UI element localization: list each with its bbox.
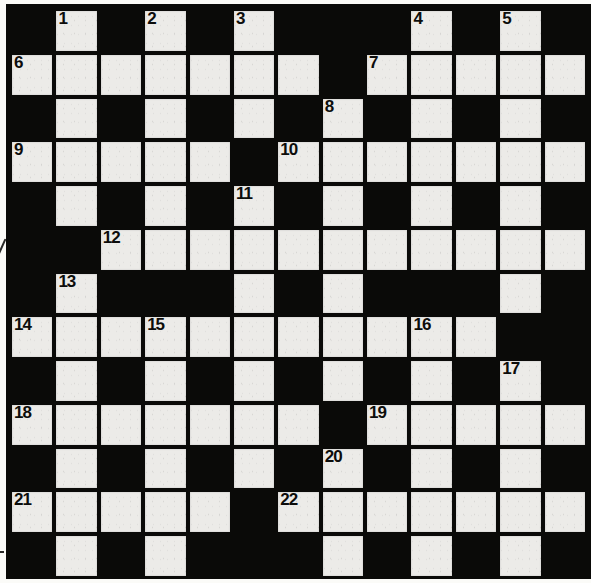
cell-r3c7-block	[278, 99, 318, 139]
cell-r2c10[interactable]	[411, 55, 451, 95]
cell-r11c7-block	[278, 449, 318, 489]
cell-r2c13[interactable]	[545, 55, 585, 95]
clue-number-3: 3	[236, 9, 245, 29]
cell-r13c7-block	[278, 536, 318, 576]
cell-r3c2[interactable]	[56, 99, 96, 139]
cell-r3c3-block	[101, 99, 141, 139]
cell-r13c9-block	[367, 536, 407, 576]
cell-r12c1[interactable]: 21	[12, 492, 52, 532]
cell-r8c1[interactable]: 14	[12, 317, 52, 357]
cell-r12c2[interactable]	[56, 492, 96, 532]
cell-r11c1-block	[12, 449, 52, 489]
cell-r10c13[interactable]	[545, 405, 585, 445]
cell-r9c10[interactable]	[411, 361, 451, 401]
cell-r6c5[interactable]	[190, 230, 230, 270]
cell-r11c11-block	[456, 449, 496, 489]
cell-r9c1-block	[12, 361, 52, 401]
cell-r12c7[interactable]: 22	[278, 492, 318, 532]
cell-r4c12[interactable]	[500, 142, 540, 182]
cell-r9c6[interactable]	[234, 361, 274, 401]
cell-r12c5[interactable]	[190, 492, 230, 532]
cell-r2c5[interactable]	[190, 55, 230, 95]
clue-number-6: 6	[14, 53, 23, 73]
cell-r7c1-block	[12, 274, 52, 314]
cell-r4c7[interactable]: 10	[278, 142, 318, 182]
cell-r10c5[interactable]	[190, 405, 230, 445]
cell-r3c11-block	[456, 99, 496, 139]
cell-r7c3-block	[101, 274, 141, 314]
cell-r6c9[interactable]	[367, 230, 407, 270]
cell-r8c7[interactable]	[278, 317, 318, 357]
cell-r12c6-block	[234, 492, 274, 532]
cell-r7c2[interactable]: 13	[56, 274, 96, 314]
cell-r7c9-block	[367, 274, 407, 314]
cell-r12c13[interactable]	[545, 492, 585, 532]
clue-number-9: 9	[14, 140, 23, 160]
cell-r2c3[interactable]	[101, 55, 141, 95]
cell-r11c12[interactable]	[500, 449, 540, 489]
cell-r8c9[interactable]	[367, 317, 407, 357]
cell-r1c5-block	[190, 11, 230, 51]
cell-r10c2[interactable]	[56, 405, 96, 445]
cell-r2c9[interactable]: 7	[367, 55, 407, 95]
clue-number-15: 15	[147, 315, 164, 335]
cell-r4c10[interactable]	[411, 142, 451, 182]
cell-r7c7-block	[278, 274, 318, 314]
cell-r10c11[interactable]	[456, 405, 496, 445]
cell-r9c4[interactable]	[145, 361, 185, 401]
cell-r12c11[interactable]	[456, 492, 496, 532]
clue-number-12: 12	[103, 228, 120, 248]
cell-r10c4[interactable]	[145, 405, 185, 445]
cell-r10c10[interactable]	[411, 405, 451, 445]
clue-number-4: 4	[413, 9, 422, 29]
cell-r13c2[interactable]	[56, 536, 96, 576]
cell-r5c11-block	[456, 186, 496, 226]
cell-r3c13-block	[545, 99, 585, 139]
cell-r4c6-block	[234, 142, 274, 182]
cell-r3c5-block	[190, 99, 230, 139]
cell-r6c4[interactable]	[145, 230, 185, 270]
cell-r3c6[interactable]	[234, 99, 274, 139]
cell-r8c12-block	[500, 317, 540, 357]
cell-r8c3[interactable]	[101, 317, 141, 357]
cell-r12c4[interactable]	[145, 492, 185, 532]
cell-r9c2[interactable]	[56, 361, 96, 401]
cell-r7c12[interactable]	[500, 274, 540, 314]
cell-r9c9-block	[367, 361, 407, 401]
cell-r4c3[interactable]	[101, 142, 141, 182]
cell-r3c4[interactable]	[145, 99, 185, 139]
cell-r8c13-block	[545, 317, 585, 357]
cell-r5c3-block	[101, 186, 141, 226]
cell-r3c12[interactable]	[500, 99, 540, 139]
cell-r1c11-block	[456, 11, 496, 51]
cell-r13c10[interactable]	[411, 536, 451, 576]
scan-artifact-tick	[0, 551, 4, 553]
cell-r12c3[interactable]	[101, 492, 141, 532]
cell-r13c5-block	[190, 536, 230, 576]
clue-number-10: 10	[280, 140, 297, 160]
cell-r2c7[interactable]	[278, 55, 318, 95]
cell-r1c10[interactable]: 4	[411, 11, 451, 51]
cell-r8c4[interactable]: 15	[145, 317, 185, 357]
cell-r10c1[interactable]: 18	[12, 405, 52, 445]
cell-r3c1-block	[12, 99, 52, 139]
cell-r5c8[interactable]	[323, 186, 363, 226]
cell-r6c7[interactable]	[278, 230, 318, 270]
cell-r2c4[interactable]	[145, 55, 185, 95]
cell-r9c3-block	[101, 361, 141, 401]
cell-r5c12[interactable]	[500, 186, 540, 226]
cell-r4c4[interactable]	[145, 142, 185, 182]
cell-r13c8[interactable]	[323, 536, 363, 576]
cell-r8c2[interactable]	[56, 317, 96, 357]
crossword-board: 12345678910111213141516171819202122	[6, 4, 591, 579]
cell-r10c3[interactable]	[101, 405, 141, 445]
cell-r3c8[interactable]: 8	[323, 99, 363, 139]
cell-r3c10[interactable]	[411, 99, 451, 139]
cell-r1c12[interactable]: 5	[500, 11, 540, 51]
cell-r13c12[interactable]	[500, 536, 540, 576]
crossword-page: 12345678910111213141516171819202122	[0, 0, 591, 583]
cell-r2c6[interactable]	[234, 55, 274, 95]
cell-r2c2[interactable]	[56, 55, 96, 95]
cell-r9c7-block	[278, 361, 318, 401]
cell-r13c13-block	[545, 536, 585, 576]
cell-r8c5[interactable]	[190, 317, 230, 357]
cell-r5c7-block	[278, 186, 318, 226]
cell-r2c8-block	[323, 55, 363, 95]
cell-r6c6[interactable]	[234, 230, 274, 270]
cell-r8c11[interactable]	[456, 317, 496, 357]
clue-number-18: 18	[14, 403, 31, 423]
cell-r11c6[interactable]	[234, 449, 274, 489]
cell-r9c13-block	[545, 361, 585, 401]
clue-number-13: 13	[58, 272, 75, 292]
clue-number-20: 20	[325, 447, 342, 467]
cell-r6c1-block	[12, 230, 52, 270]
cell-r5c2[interactable]	[56, 186, 96, 226]
cell-r4c1[interactable]: 9	[12, 142, 52, 182]
cell-r5c6[interactable]: 11	[234, 186, 274, 226]
cell-r13c1-block	[12, 536, 52, 576]
cell-r8c8[interactable]	[323, 317, 363, 357]
cell-r6c13[interactable]	[545, 230, 585, 270]
cell-r5c4[interactable]	[145, 186, 185, 226]
clue-number-5: 5	[502, 9, 511, 29]
cell-r7c5-block	[190, 274, 230, 314]
cell-r7c6[interactable]	[234, 274, 274, 314]
cell-r13c3-block	[101, 536, 141, 576]
cell-r11c4[interactable]	[145, 449, 185, 489]
cell-r5c9-block	[367, 186, 407, 226]
cell-r9c12[interactable]: 17	[500, 361, 540, 401]
clue-number-19: 19	[369, 403, 386, 423]
cell-r6c10[interactable]	[411, 230, 451, 270]
cell-r1c3-block	[101, 11, 141, 51]
cell-r13c4[interactable]	[145, 536, 185, 576]
cell-r4c2[interactable]	[56, 142, 96, 182]
cell-r4c13[interactable]	[545, 142, 585, 182]
cell-r4c9[interactable]	[367, 142, 407, 182]
clue-number-22: 22	[280, 490, 297, 510]
cell-r12c8[interactable]	[323, 492, 363, 532]
cell-r5c10[interactable]	[411, 186, 451, 226]
clue-number-17: 17	[502, 359, 519, 379]
cell-r13c6-block	[234, 536, 274, 576]
cell-r10c8-block	[323, 405, 363, 445]
cell-r1c4[interactable]: 2	[145, 11, 185, 51]
cell-r2c12[interactable]	[500, 55, 540, 95]
cell-r7c4-block	[145, 274, 185, 314]
cell-r12c9[interactable]	[367, 492, 407, 532]
cell-r5c13-block	[545, 186, 585, 226]
cell-r8c10[interactable]: 16	[411, 317, 451, 357]
cell-r11c8[interactable]: 20	[323, 449, 363, 489]
cell-r5c5-block	[190, 186, 230, 226]
cell-r1c6[interactable]: 3	[234, 11, 274, 51]
clue-number-1: 1	[58, 9, 67, 29]
cell-r9c8[interactable]	[323, 361, 363, 401]
cell-r10c7[interactable]	[278, 405, 318, 445]
cell-r1c2[interactable]: 1	[56, 11, 96, 51]
cell-r10c12[interactable]	[500, 405, 540, 445]
cell-r3c9-block	[367, 99, 407, 139]
cell-r4c8[interactable]	[323, 142, 363, 182]
cell-r11c10[interactable]	[411, 449, 451, 489]
cell-r11c9-block	[367, 449, 407, 489]
cell-r1c8-block	[323, 11, 363, 51]
cell-r12c10[interactable]	[411, 492, 451, 532]
cell-r11c3-block	[101, 449, 141, 489]
cell-r7c8[interactable]	[323, 274, 363, 314]
cell-r6c12[interactable]	[500, 230, 540, 270]
cell-r1c1-block	[12, 11, 52, 51]
cell-r5c1-block	[12, 186, 52, 226]
cell-r1c9-block	[367, 11, 407, 51]
cell-r6c2-block	[56, 230, 96, 270]
clue-number-2: 2	[147, 9, 156, 29]
cell-r10c9[interactable]: 19	[367, 405, 407, 445]
cell-r9c5-block	[190, 361, 230, 401]
clue-number-21: 21	[14, 490, 31, 510]
cell-r2c11[interactable]	[456, 55, 496, 95]
clue-number-7: 7	[369, 53, 378, 73]
cell-r12c12[interactable]	[500, 492, 540, 532]
cell-r8c6[interactable]	[234, 317, 274, 357]
clue-number-8: 8	[325, 97, 334, 117]
cell-r11c5-block	[190, 449, 230, 489]
cell-r6c8[interactable]	[323, 230, 363, 270]
clue-number-16: 16	[413, 315, 430, 335]
cell-r13c11-block	[456, 536, 496, 576]
cell-r10c6[interactable]	[234, 405, 274, 445]
cell-r7c11-block	[456, 274, 496, 314]
clue-number-11: 11	[236, 184, 252, 204]
cell-r7c13-block	[545, 274, 585, 314]
cell-r6c3[interactable]: 12	[101, 230, 141, 270]
cell-r4c5[interactable]	[190, 142, 230, 182]
cell-r6c11[interactable]	[456, 230, 496, 270]
cell-r1c13-block	[545, 11, 585, 51]
cell-r7c10-block	[411, 274, 451, 314]
cell-r4c11[interactable]	[456, 142, 496, 182]
cell-r9c11-block	[456, 361, 496, 401]
cell-r1c7-block	[278, 11, 318, 51]
cell-r2c1[interactable]: 6	[12, 55, 52, 95]
clue-number-14: 14	[14, 315, 31, 335]
cell-r11c2[interactable]	[56, 449, 96, 489]
cell-r11c13-block	[545, 449, 585, 489]
